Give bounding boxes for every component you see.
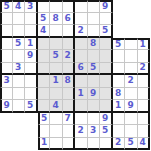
cell-r8c11-empty[interactable]	[138, 100, 151, 113]
cell-r6c2-empty[interactable]	[25, 75, 38, 88]
cell-r11c4-empty[interactable]	[50, 138, 63, 151]
cell-r6c6-empty[interactable]	[75, 75, 88, 88]
cell-r7c1-empty[interactable]	[13, 88, 26, 101]
cell-r1c8-empty[interactable]	[100, 13, 113, 26]
cell-r3c3-empty[interactable]	[38, 38, 51, 51]
cell-r8c0-given-9[interactable]: 9	[0, 100, 13, 113]
cell-r3c2-given-1[interactable]: 1	[25, 38, 38, 51]
cell-r3c0-empty[interactable]	[0, 38, 13, 51]
cell-r10c10-empty[interactable]	[125, 125, 138, 138]
cell-r1c3-given-5[interactable]: 5	[38, 13, 51, 26]
cell-r9c3-given-5[interactable]: 5	[38, 113, 51, 126]
cell-r3c9-given-5[interactable]: 5	[113, 38, 126, 51]
cell-r10c3-empty[interactable]	[38, 125, 51, 138]
cell-r1c6-empty[interactable]	[75, 13, 88, 26]
cell-r8c2-given-5[interactable]: 5	[25, 100, 38, 113]
cell-r4c3-empty[interactable]	[38, 50, 51, 63]
cell-r10c9-empty[interactable]	[113, 125, 126, 138]
cell-r9c6-empty[interactable]	[75, 113, 88, 126]
cell-r5c9-empty[interactable]	[113, 63, 126, 76]
cell-r9c9-empty[interactable]	[113, 113, 126, 126]
cell-r11c3-given-1[interactable]: 1	[38, 138, 51, 151]
cell-r8c9-given-1[interactable]: 1	[113, 100, 126, 113]
cell-r6c10-given-2[interactable]: 2	[125, 75, 138, 88]
cell-r6c4-given-1[interactable]: 1	[50, 75, 63, 88]
cell-r7c5-empty[interactable]	[63, 88, 76, 101]
cell-r5c7-given-5[interactable]: 5	[88, 63, 101, 76]
cell-r5c2-empty[interactable]	[25, 63, 38, 76]
cell-r0c1-given-4[interactable]: 4	[13, 0, 26, 13]
cell-r5c1-given-3[interactable]: 3	[13, 63, 26, 76]
cell-r4c4-given-5[interactable]: 5	[50, 50, 63, 63]
cell-r2c0-empty[interactable]	[0, 25, 13, 38]
cell-r5c11-given-2[interactable]: 2	[138, 63, 151, 76]
cell-r6c5-given-8[interactable]: 8	[63, 75, 76, 88]
cell-r0c3-empty[interactable]	[38, 0, 51, 13]
cell-r4c11-empty[interactable]	[138, 50, 151, 63]
cell-r8c6-empty[interactable]	[75, 100, 88, 113]
cell-r4c5-given-2[interactable]: 2	[63, 50, 76, 63]
cell-r1c5-given-6[interactable]: 6	[63, 13, 76, 26]
cell-r2c8-given-5[interactable]: 5	[100, 25, 113, 38]
cell-r9c10-empty[interactable]	[125, 113, 138, 126]
cell-r9c7-empty[interactable]	[88, 113, 101, 126]
cell-r1c4-given-8[interactable]: 8	[50, 13, 63, 26]
cell-r1c7-empty[interactable]	[88, 13, 101, 26]
cell-r4c6-empty[interactable]	[75, 50, 88, 63]
cell-r7c3-empty[interactable]	[38, 88, 51, 101]
cell-r5c10-empty[interactable]	[125, 63, 138, 76]
cell-r5c5-empty[interactable]	[63, 63, 76, 76]
cell-r4c10-empty[interactable]	[125, 50, 138, 63]
cell-r10c8-given-5[interactable]: 5	[100, 125, 113, 138]
cell-r2c3-given-4[interactable]: 4	[38, 25, 51, 38]
cell-r3c6-empty[interactable]	[75, 38, 88, 51]
cell-r8c1-empty[interactable]	[13, 100, 26, 113]
cell-r5c0-empty[interactable]	[0, 63, 13, 76]
cell-r7c8-empty[interactable]	[100, 88, 113, 101]
cell-r2c7-empty[interactable]	[88, 25, 101, 38]
cell-r11c6-empty[interactable]	[75, 138, 88, 151]
cell-r10c5-empty[interactable]	[63, 125, 76, 138]
cell-r0c0-given-5[interactable]: 5	[0, 0, 13, 13]
cell-r4c2-given-9[interactable]: 9	[25, 50, 38, 63]
cell-r4c8-empty[interactable]	[100, 50, 113, 63]
cell-r3c5-empty[interactable]	[63, 38, 76, 51]
cell-r0c7-empty[interactable]	[88, 0, 101, 13]
cell-r4c9-empty[interactable]	[113, 50, 126, 63]
cell-r7c10-empty[interactable]	[125, 88, 138, 101]
cell-r0c2-given-3[interactable]: 3	[25, 0, 38, 13]
cell-r2c2-empty[interactable]	[25, 25, 38, 38]
cell-r7c7-given-9[interactable]: 9	[88, 88, 101, 101]
cell-r0c5-empty[interactable]	[63, 0, 76, 13]
cell-r6c11-empty[interactable]	[138, 75, 151, 88]
cell-r8c7-empty[interactable]	[88, 100, 101, 113]
cell-r7c0-empty[interactable]	[0, 88, 13, 101]
cell-r3c7-given-8[interactable]: 8	[88, 38, 101, 51]
cell-r0c4-empty[interactable]	[50, 0, 63, 13]
cell-r11c7-empty[interactable]	[88, 138, 101, 151]
cell-r2c4-empty[interactable]	[50, 25, 63, 38]
cell-r6c0-given-3[interactable]: 3	[0, 75, 13, 88]
cell-r6c7-empty[interactable]	[88, 75, 101, 88]
cell-r2c6-given-2[interactable]: 2	[75, 25, 88, 38]
cell-r10c4-empty[interactable]	[50, 125, 63, 138]
cell-r9c5-given-7[interactable]: 7	[63, 113, 76, 126]
cell-r6c1-empty[interactable]	[13, 75, 26, 88]
cell-r3c8-empty[interactable]	[100, 38, 113, 51]
cell-r2c5-empty[interactable]	[63, 25, 76, 38]
cell-r5c6-given-6[interactable]: 6	[75, 63, 88, 76]
cell-r3c4-empty[interactable]	[50, 38, 63, 51]
cell-r2c1-empty[interactable]	[13, 25, 26, 38]
cell-r11c8-empty[interactable]	[100, 138, 113, 151]
cell-r6c9-empty[interactable]	[113, 75, 126, 88]
cell-r10c11-empty[interactable]	[138, 125, 151, 138]
sudoku-board: 5439586425518519523652318219895419579235…	[0, 0, 150, 150]
cell-r6c3-empty[interactable]	[38, 75, 51, 88]
cell-r1c2-empty[interactable]	[25, 13, 38, 26]
cell-r11c11-given-4[interactable]: 4	[138, 138, 151, 151]
cell-r8c4-given-4[interactable]: 4	[50, 100, 63, 113]
cell-r10c6-given-2[interactable]: 2	[75, 125, 88, 138]
cell-r9c8-given-9[interactable]: 9	[100, 113, 113, 126]
cell-r8c3-empty[interactable]	[38, 100, 51, 113]
cell-r5c4-empty[interactable]	[50, 63, 63, 76]
cell-r0c8-given-9[interactable]: 9	[100, 0, 113, 13]
cell-r4c1-empty[interactable]	[13, 50, 26, 63]
cell-r1c1-empty[interactable]	[13, 13, 26, 26]
cell-r3c1-given-5[interactable]: 5	[13, 38, 26, 51]
cell-r11c10-given-5[interactable]: 5	[125, 138, 138, 151]
cell-r5c8-empty[interactable]	[100, 63, 113, 76]
cell-r3c11-given-1[interactable]: 1	[138, 38, 151, 51]
cell-r4c0-empty[interactable]	[0, 50, 13, 63]
cell-r11c5-empty[interactable]	[63, 138, 76, 151]
cell-r3c10-empty[interactable]	[125, 38, 138, 51]
cell-r6c8-empty[interactable]	[100, 75, 113, 88]
cell-r5c3-empty[interactable]	[38, 63, 51, 76]
cell-r7c6-given-1[interactable]: 1	[75, 88, 88, 101]
cell-r8c10-given-9[interactable]: 9	[125, 100, 138, 113]
cell-r8c8-empty[interactable]	[100, 100, 113, 113]
cell-r7c9-given-8[interactable]: 8	[113, 88, 126, 101]
cell-r9c4-empty[interactable]	[50, 113, 63, 126]
cell-r7c4-empty[interactable]	[50, 88, 63, 101]
cell-r11c9-given-2[interactable]: 2	[113, 138, 126, 151]
cell-r1c0-empty[interactable]	[0, 13, 13, 26]
cell-r10c7-given-3[interactable]: 3	[88, 125, 101, 138]
cell-r9c11-empty[interactable]	[138, 113, 151, 126]
cell-r7c2-empty[interactable]	[25, 88, 38, 101]
cell-r4c7-empty[interactable]	[88, 50, 101, 63]
cell-r0c6-empty[interactable]	[75, 0, 88, 13]
cell-r8c5-empty[interactable]	[63, 100, 76, 113]
cell-r7c11-empty[interactable]	[138, 88, 151, 101]
